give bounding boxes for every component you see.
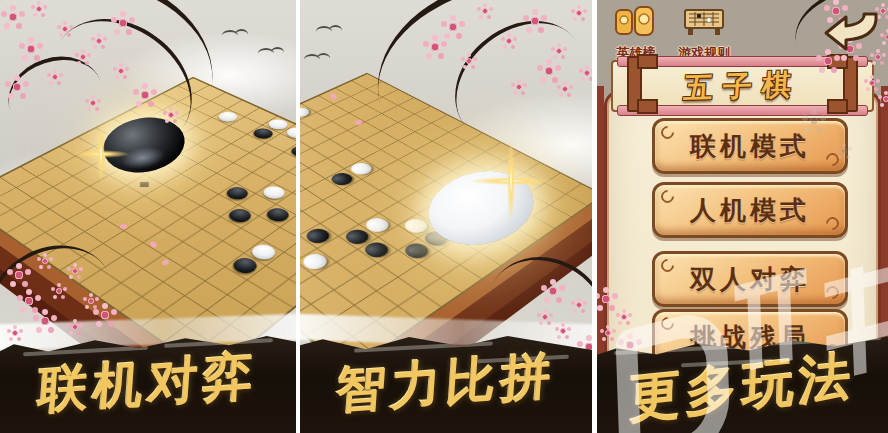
- cherry-blossom: [119, 19, 128, 28]
- cherry-blossom: [449, 23, 458, 32]
- cherry-blossom: [118, 68, 124, 74]
- cherry-blossom: [431, 43, 440, 52]
- cherry-blossom: [101, 311, 110, 320]
- black-stone: [222, 185, 252, 202]
- cherry-blossom: [545, 67, 554, 76]
- panel-brain-battle: 智力比拼: [300, 0, 592, 433]
- white-stone: [300, 105, 312, 119]
- bird-icon: [304, 54, 320, 65]
- cherry-blossom: [883, 96, 888, 102]
- petal: [120, 224, 127, 229]
- cherry-blossom: [42, 258, 48, 264]
- back-button[interactable]: [822, 8, 880, 52]
- cherry-blossom: [96, 38, 102, 44]
- cherry-blossom: [36, 6, 42, 12]
- cherry-blossom: [516, 84, 522, 90]
- black-stone: [302, 226, 334, 246]
- cherry-blossom: [602, 295, 611, 304]
- cherry-blossom: [576, 10, 582, 16]
- cherry-blossom: [626, 341, 635, 350]
- cherry-blossom: [52, 74, 58, 80]
- cherry-blossom: [466, 58, 472, 64]
- white-stone: [259, 184, 289, 201]
- cherry-blossom: [80, 54, 86, 60]
- cherry-blossom: [88, 298, 94, 304]
- cherry-blossom: [141, 91, 150, 100]
- black-stone: [224, 206, 255, 225]
- back-arrow-icon: [822, 8, 880, 52]
- cherry-blossom: [15, 271, 24, 280]
- sparkle-icon: [468, 138, 554, 224]
- cherry-blossom: [810, 117, 819, 126]
- black-stone: [328, 171, 357, 188]
- panel-main-menu: 英雄榜 游戏规则 五子棋 联机模式 人机模式 双人对弈 挑战: [597, 0, 888, 433]
- cherry-blossom: [549, 287, 558, 296]
- cherry-blossom: [824, 57, 833, 66]
- bird-icon: [316, 26, 332, 37]
- white-stone: [362, 215, 393, 234]
- cherry-blossom: [72, 324, 78, 330]
- petal: [355, 120, 362, 125]
- cherry-blossom: [562, 86, 568, 92]
- cherry-blossom: [13, 83, 22, 92]
- cherry-blossom: [880, 8, 886, 14]
- two-player-mode-button[interactable]: 双人对弈: [652, 251, 848, 307]
- game-rules-button[interactable]: 游戏规则: [673, 6, 735, 62]
- cherry-blossom: [621, 314, 627, 320]
- black-stone: [262, 206, 293, 225]
- bird-icon: [222, 30, 238, 41]
- bird-icon: [258, 48, 274, 59]
- cherry-blossom: [72, 268, 78, 274]
- white-stone: [300, 251, 331, 272]
- cherry-blossom: [9, 13, 18, 22]
- cherry-blossom: [560, 328, 566, 334]
- star-point: [140, 182, 149, 187]
- online-mode-button[interactable]: 联机模式: [652, 118, 848, 174]
- cherry-blossom: [605, 330, 611, 336]
- white-stone: [347, 161, 376, 177]
- cherry-blossom: [584, 70, 590, 76]
- cherry-blossom: [482, 8, 488, 14]
- cherry-blossom: [12, 330, 18, 336]
- cherry-blossom: [168, 112, 174, 118]
- cherry-blossom: [41, 317, 50, 326]
- cherry-blossom: [556, 48, 562, 54]
- cherry-blossom: [25, 297, 34, 306]
- panel-online-play: 联机对弈: [0, 0, 296, 433]
- cherry-blossom: [531, 17, 540, 26]
- cherry-blossom: [875, 54, 881, 60]
- cherry-blossom: [576, 302, 582, 308]
- cherry-blossom: [841, 148, 847, 154]
- cherry-blossom: [506, 38, 512, 44]
- cherry-blossom: [90, 100, 96, 106]
- cherry-blossom: [27, 45, 36, 54]
- vs-ai-mode-button[interactable]: 人机模式: [652, 182, 848, 238]
- cherry-blossom: [869, 80, 875, 86]
- black-stone: [229, 255, 262, 276]
- cherry-blossom: [56, 288, 62, 294]
- sparkle-icon: [72, 124, 130, 182]
- go-board-icon: [679, 6, 729, 38]
- black-stone: [287, 144, 296, 159]
- black-stone: [360, 239, 392, 260]
- trophies-icon: [613, 6, 659, 38]
- cherry-blossom: [542, 314, 548, 320]
- white-stone: [284, 126, 296, 140]
- cherry-blossom: [62, 26, 68, 32]
- promo-screenshot: 联机对弈 智力比拼: [0, 0, 888, 433]
- white-stone: [215, 110, 241, 124]
